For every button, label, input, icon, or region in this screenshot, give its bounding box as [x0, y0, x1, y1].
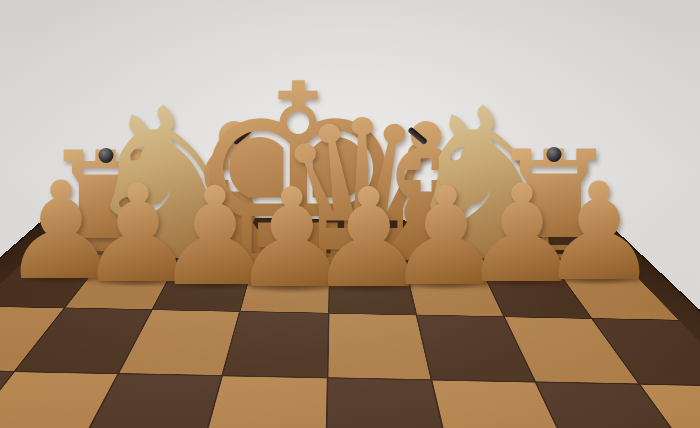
pawn-glyph: ♟: [538, 165, 659, 300]
square-d3[interactable]: [328, 314, 430, 380]
chess-photo-scene: ♜ ♞ ♝ ♚ ♛ ♝ ♞ ♜ ♟ ♟ ♟ ♟ ♟ ♟ ♟ ♟: [0, 0, 700, 428]
